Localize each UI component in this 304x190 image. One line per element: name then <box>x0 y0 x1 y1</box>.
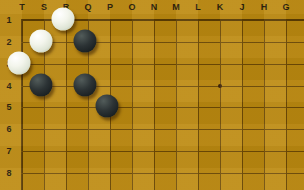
stone-black-Q2[interactable] <box>74 29 97 52</box>
grid-line-row-6 <box>21 129 304 130</box>
row-label-5: 5 <box>3 103 15 112</box>
grid-line-col-R <box>66 20 67 190</box>
column-label-M: M <box>172 1 180 13</box>
column-label-K: K <box>217 1 224 13</box>
grid-line-col-L <box>198 20 199 190</box>
grid-line-col-K <box>220 20 221 190</box>
column-label-L: L <box>195 1 201 13</box>
grid-line-row-5 <box>21 107 304 108</box>
grid-line-col-N <box>154 20 155 190</box>
column-label-N: N <box>151 1 158 13</box>
grid-line-col-M <box>176 20 177 190</box>
grid-line-row-4 <box>21 86 304 87</box>
row-label-1: 1 <box>3 16 15 25</box>
row-label-8: 8 <box>3 169 15 178</box>
stone-white-T3[interactable] <box>8 51 31 74</box>
stone-black-P5[interactable] <box>96 95 119 118</box>
grid-line-col-G <box>286 20 287 190</box>
row-label-7: 7 <box>3 147 15 156</box>
stone-black-S4[interactable] <box>30 73 53 96</box>
stone-white-S2[interactable] <box>30 29 53 52</box>
grid-line-row-8 <box>21 173 304 174</box>
grid-line-row-2 <box>21 42 304 43</box>
star-point-K4 <box>218 84 222 88</box>
grid-line-row-7 <box>21 151 304 152</box>
grid-line-col-O <box>132 20 133 190</box>
row-label-2: 2 <box>3 37 15 46</box>
grid-line-col-J <box>242 20 243 190</box>
row-label-4: 4 <box>3 81 15 90</box>
go-board-view: TSRQPONMLKJHG12345678 <box>0 0 304 190</box>
stone-white-R1[interactable] <box>52 8 75 31</box>
grid-line-col-T <box>21 20 23 190</box>
stone-black-Q4[interactable] <box>74 73 97 96</box>
column-label-T: T <box>19 1 25 13</box>
column-label-P: P <box>107 1 113 13</box>
column-label-J: J <box>239 1 244 13</box>
column-label-H: H <box>261 1 268 13</box>
column-label-O: O <box>128 1 135 13</box>
column-label-S: S <box>41 1 47 13</box>
grid-line-row-3 <box>21 64 304 65</box>
column-label-G: G <box>282 1 289 13</box>
row-label-6: 6 <box>3 125 15 134</box>
column-label-Q: Q <box>84 1 91 13</box>
grid-line-col-H <box>264 20 265 190</box>
